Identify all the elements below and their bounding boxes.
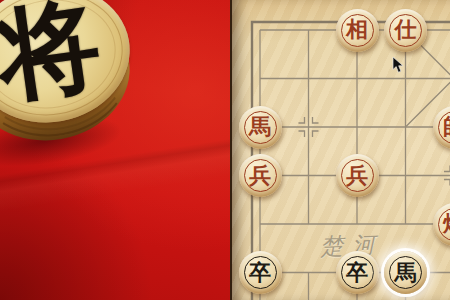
piece-character: 帥: [433, 106, 450, 149]
board-piece-炮-red[interactable]: 炮: [433, 203, 450, 246]
board-piece-兵-red[interactable]: 兵: [239, 154, 282, 197]
piece-character: 兵: [239, 154, 282, 197]
piece-character: 卒: [336, 251, 379, 294]
board-piece-卒-black[interactable]: 卒: [336, 251, 379, 294]
board-piece-馬-black[interactable]: 馬: [384, 251, 427, 294]
photo-general-piece: [0, 0, 141, 135]
piece-photo-groove: [0, 0, 143, 149]
general-character: 将: [0, 0, 134, 136]
piece-character: 馬: [239, 106, 282, 149]
piece-character: 兵: [336, 154, 379, 197]
board-piece-卒-black[interactable]: 卒: [239, 251, 282, 294]
piece-character: 仕: [384, 9, 427, 52]
board-piece-仕-red[interactable]: 仕: [384, 9, 427, 52]
piece-photo-rim: [0, 0, 140, 153]
piece-photo-shadow: [0, 107, 124, 174]
board-piece-兵-red[interactable]: 兵: [336, 154, 379, 197]
piece-character: 相: [336, 9, 379, 52]
board-piece-帥-red[interactable]: 帥: [433, 106, 450, 149]
board-piece-馬-red[interactable]: 馬: [239, 106, 282, 149]
piece-character: 馬: [384, 251, 427, 294]
piece-photo-groove: [0, 0, 141, 143]
screenshot-root: 将 楚河: [0, 0, 450, 300]
board-piece-相-red[interactable]: 相: [336, 9, 379, 52]
xiangqi-board[interactable]: 楚河 相仕馬帥兵兵炮卒卒馬: [230, 0, 450, 300]
piece-character: 卒: [239, 251, 282, 294]
photo-left-half: 将: [0, 0, 230, 300]
piece-character: 炮: [433, 203, 450, 246]
